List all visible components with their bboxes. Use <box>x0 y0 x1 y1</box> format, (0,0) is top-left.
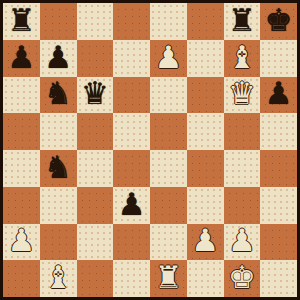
square-d8[interactable] <box>113 3 150 40</box>
black-queen-piece[interactable]: ♛ <box>81 78 109 109</box>
square-h4[interactable] <box>260 150 297 187</box>
black-rook-piece[interactable]: ♜ <box>7 5 35 36</box>
white-rook-piece[interactable]: ♜ <box>154 262 182 293</box>
square-c6[interactable]: ♛ <box>77 77 114 114</box>
square-d1[interactable] <box>113 260 150 297</box>
white-queen-piece[interactable]: ♛ <box>228 78 256 109</box>
square-f2[interactable]: ♟ <box>187 224 224 261</box>
square-a3[interactable] <box>3 187 40 224</box>
square-d2[interactable] <box>113 224 150 261</box>
square-g4[interactable] <box>224 150 261 187</box>
square-b5[interactable] <box>40 113 77 150</box>
square-g3[interactable] <box>224 187 261 224</box>
square-b2[interactable] <box>40 224 77 261</box>
square-d7[interactable] <box>113 40 150 77</box>
square-g8[interactable]: ♜ <box>224 3 261 40</box>
square-c3[interactable] <box>77 187 114 224</box>
square-h6[interactable]: ♟ <box>260 77 297 114</box>
square-a4[interactable] <box>3 150 40 187</box>
square-d4[interactable] <box>113 150 150 187</box>
black-pawn-piece[interactable]: ♟ <box>118 189 146 220</box>
square-h7[interactable] <box>260 40 297 77</box>
square-h5[interactable] <box>260 113 297 150</box>
square-h8[interactable]: ♚ <box>260 3 297 40</box>
square-f1[interactable] <box>187 260 224 297</box>
square-g1[interactable]: ♚ <box>224 260 261 297</box>
chess-board-frame: ♜♜♚♟♟♟♝♞♛♛♟♞♟♟♟♟♝♜♚ <box>0 0 300 300</box>
square-c8[interactable] <box>77 3 114 40</box>
white-bishop-piece[interactable]: ♝ <box>44 262 72 293</box>
square-f3[interactable] <box>187 187 224 224</box>
black-king-piece[interactable]: ♚ <box>265 5 293 36</box>
square-c5[interactable] <box>77 113 114 150</box>
square-a6[interactable] <box>3 77 40 114</box>
black-pawn-piece[interactable]: ♟ <box>44 42 72 73</box>
square-d6[interactable] <box>113 77 150 114</box>
black-knight-piece[interactable]: ♞ <box>44 78 72 109</box>
square-a7[interactable]: ♟ <box>3 40 40 77</box>
square-g2[interactable]: ♟ <box>224 224 261 261</box>
square-b1[interactable]: ♝ <box>40 260 77 297</box>
square-g6[interactable]: ♛ <box>224 77 261 114</box>
square-a2[interactable]: ♟ <box>3 224 40 261</box>
white-pawn-piece[interactable]: ♟ <box>154 42 182 73</box>
square-b6[interactable]: ♞ <box>40 77 77 114</box>
square-a8[interactable]: ♜ <box>3 3 40 40</box>
square-e6[interactable] <box>150 77 187 114</box>
square-c7[interactable] <box>77 40 114 77</box>
square-c1[interactable] <box>77 260 114 297</box>
square-f8[interactable] <box>187 3 224 40</box>
square-c2[interactable] <box>77 224 114 261</box>
white-king-piece[interactable]: ♚ <box>228 262 256 293</box>
square-e7[interactable]: ♟ <box>150 40 187 77</box>
white-pawn-piece[interactable]: ♟ <box>191 225 219 256</box>
black-pawn-piece[interactable]: ♟ <box>265 78 293 109</box>
square-f7[interactable] <box>187 40 224 77</box>
square-e5[interactable] <box>150 113 187 150</box>
white-bishop-piece[interactable]: ♝ <box>228 42 256 73</box>
black-knight-piece[interactable]: ♞ <box>44 152 72 183</box>
square-h1[interactable] <box>260 260 297 297</box>
white-pawn-piece[interactable]: ♟ <box>7 225 35 256</box>
square-g7[interactable]: ♝ <box>224 40 261 77</box>
square-b8[interactable] <box>40 3 77 40</box>
square-b7[interactable]: ♟ <box>40 40 77 77</box>
square-d5[interactable] <box>113 113 150 150</box>
square-b4[interactable]: ♞ <box>40 150 77 187</box>
square-f6[interactable] <box>187 77 224 114</box>
square-e1[interactable]: ♜ <box>150 260 187 297</box>
black-rook-piece[interactable]: ♜ <box>228 5 256 36</box>
square-f5[interactable] <box>187 113 224 150</box>
black-pawn-piece[interactable]: ♟ <box>7 42 35 73</box>
square-e3[interactable] <box>150 187 187 224</box>
square-a5[interactable] <box>3 113 40 150</box>
square-d3[interactable]: ♟ <box>113 187 150 224</box>
white-pawn-piece[interactable]: ♟ <box>228 225 256 256</box>
square-g5[interactable] <box>224 113 261 150</box>
square-f4[interactable] <box>187 150 224 187</box>
square-a1[interactable] <box>3 260 40 297</box>
square-b3[interactable] <box>40 187 77 224</box>
square-e8[interactable] <box>150 3 187 40</box>
square-e4[interactable] <box>150 150 187 187</box>
square-h2[interactable] <box>260 224 297 261</box>
square-h3[interactable] <box>260 187 297 224</box>
square-c4[interactable] <box>77 150 114 187</box>
chess-board: ♜♜♚♟♟♟♝♞♛♛♟♞♟♟♟♟♝♜♚ <box>3 3 297 297</box>
square-e2[interactable] <box>150 224 187 261</box>
